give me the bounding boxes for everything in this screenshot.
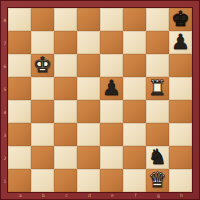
white-king-b6[interactable]: ♚ — [33, 54, 52, 77]
square-g1[interactable]: ♛ — [146, 169, 169, 192]
square-b4[interactable] — [31, 100, 54, 123]
board: ♚♟♚♟♜♞♛ — [8, 8, 192, 192]
square-e4[interactable] — [100, 100, 123, 123]
rank-label-4: 4 — [2, 101, 8, 124]
square-a2[interactable] — [8, 146, 31, 169]
square-c8[interactable] — [54, 8, 77, 31]
square-a6[interactable] — [8, 54, 31, 77]
square-d6[interactable] — [77, 54, 100, 77]
rank-label-1: 1 — [2, 170, 8, 193]
square-e6[interactable] — [100, 54, 123, 77]
rank-label-2: 2 — [2, 147, 8, 170]
file-label-b: b — [32, 192, 55, 199]
square-d4[interactable] — [77, 100, 100, 123]
square-g8[interactable] — [146, 8, 169, 31]
square-h1[interactable] — [169, 169, 192, 192]
square-e2[interactable] — [100, 146, 123, 169]
black-pawn-e5[interactable]: ♟ — [102, 77, 121, 100]
square-c4[interactable] — [54, 100, 77, 123]
black-king-h8[interactable]: ♚ — [171, 8, 190, 31]
square-f8[interactable] — [123, 8, 146, 31]
square-h4[interactable] — [169, 100, 192, 123]
square-d3[interactable] — [77, 123, 100, 146]
square-c5[interactable] — [54, 77, 77, 100]
square-h3[interactable] — [169, 123, 192, 146]
file-label-g: g — [147, 192, 170, 199]
square-g2[interactable]: ♞ — [146, 146, 169, 169]
square-a3[interactable] — [8, 123, 31, 146]
square-d2[interactable] — [77, 146, 100, 169]
square-f4[interactable] — [123, 100, 146, 123]
square-g5[interactable]: ♜ — [146, 77, 169, 100]
rank-label-3: 3 — [2, 124, 8, 147]
square-b7[interactable] — [31, 31, 54, 54]
square-f1[interactable] — [123, 169, 146, 192]
square-c1[interactable] — [54, 169, 77, 192]
square-b2[interactable] — [31, 146, 54, 169]
square-d7[interactable] — [77, 31, 100, 54]
rank-label-5: 5 — [2, 78, 8, 101]
square-h8[interactable]: ♚ — [169, 8, 192, 31]
square-b5[interactable] — [31, 77, 54, 100]
square-c7[interactable] — [54, 31, 77, 54]
black-knight-g2[interactable]: ♞ — [148, 146, 167, 169]
square-h5[interactable] — [169, 77, 192, 100]
file-label-c: c — [55, 192, 78, 199]
rank-label-6: 6 — [2, 55, 8, 78]
file-label-f: f — [124, 192, 147, 199]
square-a4[interactable] — [8, 100, 31, 123]
square-e7[interactable] — [100, 31, 123, 54]
square-f5[interactable] — [123, 77, 146, 100]
square-c6[interactable] — [54, 54, 77, 77]
square-d5[interactable] — [77, 77, 100, 100]
square-f3[interactable] — [123, 123, 146, 146]
square-g6[interactable] — [146, 54, 169, 77]
file-label-e: e — [101, 192, 124, 199]
square-c2[interactable] — [54, 146, 77, 169]
file-label-d: d — [78, 192, 101, 199]
square-a1[interactable] — [8, 169, 31, 192]
white-queen-g1[interactable]: ♛ — [148, 169, 167, 192]
square-e8[interactable] — [100, 8, 123, 31]
square-e5[interactable]: ♟ — [100, 77, 123, 100]
square-h6[interactable] — [169, 54, 192, 77]
square-d1[interactable] — [77, 169, 100, 192]
board-frame: ♚♟♚♟♜♞♛ 87654321 abcdefgh — [0, 0, 200, 200]
square-d8[interactable] — [77, 8, 100, 31]
square-a7[interactable] — [8, 31, 31, 54]
square-a8[interactable] — [8, 8, 31, 31]
rank-label-7: 7 — [2, 32, 8, 55]
square-c3[interactable] — [54, 123, 77, 146]
square-h7[interactable]: ♟ — [169, 31, 192, 54]
rank-label-8: 8 — [2, 9, 8, 32]
square-h2[interactable] — [169, 146, 192, 169]
square-f2[interactable] — [123, 146, 146, 169]
square-b8[interactable] — [31, 8, 54, 31]
square-b3[interactable] — [31, 123, 54, 146]
square-f7[interactable] — [123, 31, 146, 54]
square-g3[interactable] — [146, 123, 169, 146]
black-pawn-h7[interactable]: ♟ — [171, 31, 190, 54]
file-label-a: a — [9, 192, 32, 199]
square-g4[interactable] — [146, 100, 169, 123]
file-label-h: h — [170, 192, 193, 199]
square-f6[interactable] — [123, 54, 146, 77]
white-rook-g5[interactable]: ♜ — [148, 77, 167, 100]
square-e3[interactable] — [100, 123, 123, 146]
square-b1[interactable] — [31, 169, 54, 192]
square-a5[interactable] — [8, 77, 31, 100]
square-g7[interactable] — [146, 31, 169, 54]
square-e1[interactable] — [100, 169, 123, 192]
square-b6[interactable]: ♚ — [31, 54, 54, 77]
